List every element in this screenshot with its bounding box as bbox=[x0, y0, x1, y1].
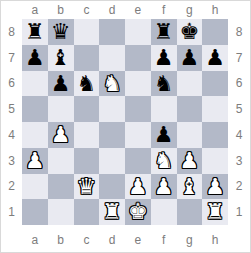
black-knight-c6[interactable]: ♞ bbox=[77, 71, 97, 97]
square-b7[interactable]: ♝ bbox=[48, 45, 74, 71]
square-g2[interactable]: ♝ bbox=[177, 174, 203, 200]
file-labels-bottom: abcdefgh bbox=[22, 228, 228, 252]
file-label-c: c bbox=[74, 228, 100, 252]
rank-label-4: 4 bbox=[1, 122, 22, 148]
square-h3[interactable] bbox=[202, 148, 228, 174]
white-knight-f3[interactable]: ♞ bbox=[154, 148, 174, 174]
square-g3[interactable]: ♟ bbox=[177, 148, 203, 174]
chess-board: ♜♛♜♚♟♝♟♟♟♟♞♞♞♟♟♟♞♟♛♟♟♝♟♜♚♜ bbox=[22, 19, 228, 225]
black-queen-b8[interactable]: ♛ bbox=[51, 19, 71, 45]
white-king-e1[interactable]: ♚ bbox=[128, 199, 148, 225]
square-b2[interactable] bbox=[48, 174, 74, 200]
square-h8[interactable] bbox=[202, 19, 228, 45]
rank-label-8: 8 bbox=[228, 19, 250, 45]
white-bishop-g2[interactable]: ♝ bbox=[180, 174, 200, 200]
square-d4[interactable] bbox=[99, 122, 125, 148]
square-c3[interactable] bbox=[74, 148, 100, 174]
white-pawn-h2[interactable]: ♟ bbox=[205, 174, 225, 200]
rank-label-7: 7 bbox=[1, 45, 22, 71]
rank-labels-left: 87654321 bbox=[1, 19, 22, 225]
square-d5[interactable] bbox=[99, 96, 125, 122]
rank-label-2: 2 bbox=[228, 174, 250, 200]
rank-label-1: 1 bbox=[1, 199, 22, 225]
file-label-c: c bbox=[74, 1, 100, 19]
square-a4[interactable] bbox=[22, 122, 48, 148]
black-bishop-b7[interactable]: ♝ bbox=[51, 45, 71, 71]
square-c5[interactable] bbox=[74, 96, 100, 122]
file-label-e: e bbox=[125, 228, 151, 252]
square-c7[interactable] bbox=[74, 45, 100, 71]
square-a2[interactable] bbox=[22, 174, 48, 200]
square-b3[interactable] bbox=[48, 148, 74, 174]
square-h4[interactable] bbox=[202, 122, 228, 148]
white-knight-d6[interactable]: ♞ bbox=[102, 71, 122, 97]
white-queen-c2[interactable]: ♛ bbox=[77, 174, 97, 200]
black-king-g8[interactable]: ♚ bbox=[180, 19, 200, 45]
rank-label-6: 6 bbox=[228, 71, 250, 97]
square-f2[interactable]: ♟ bbox=[151, 174, 177, 200]
rank-label-4: 4 bbox=[228, 122, 250, 148]
square-h7[interactable]: ♟ bbox=[202, 45, 228, 71]
square-f5[interactable] bbox=[151, 96, 177, 122]
file-label-b: b bbox=[48, 228, 74, 252]
square-f6[interactable]: ♞ bbox=[151, 71, 177, 97]
square-e5[interactable] bbox=[125, 96, 151, 122]
black-pawn-f4[interactable]: ♟ bbox=[154, 122, 174, 148]
file-label-b: b bbox=[48, 1, 74, 19]
square-e8[interactable] bbox=[125, 19, 151, 45]
file-labels-top: abcdefgh bbox=[22, 1, 228, 19]
square-g4[interactable] bbox=[177, 122, 203, 148]
rank-label-2: 2 bbox=[1, 174, 22, 200]
square-e2[interactable]: ♟ bbox=[125, 174, 151, 200]
rank-label-7: 7 bbox=[228, 45, 250, 71]
square-a6[interactable] bbox=[22, 71, 48, 97]
square-a3[interactable]: ♟ bbox=[22, 148, 48, 174]
rank-label-8: 8 bbox=[1, 19, 22, 45]
square-f7[interactable]: ♟ bbox=[151, 45, 177, 71]
black-pawn-a7[interactable]: ♟ bbox=[25, 45, 45, 71]
square-e3[interactable] bbox=[125, 148, 151, 174]
file-label-h: h bbox=[202, 1, 228, 19]
square-d3[interactable] bbox=[99, 148, 125, 174]
square-c4[interactable] bbox=[74, 122, 100, 148]
file-label-e: e bbox=[125, 1, 151, 19]
square-c1[interactable] bbox=[74, 199, 100, 225]
file-label-a: a bbox=[22, 228, 48, 252]
white-pawn-b4[interactable]: ♟ bbox=[51, 122, 71, 148]
square-b5[interactable] bbox=[48, 96, 74, 122]
file-label-g: g bbox=[177, 1, 203, 19]
rank-label-5: 5 bbox=[1, 96, 22, 122]
square-f4[interactable]: ♟ bbox=[151, 122, 177, 148]
square-c6[interactable]: ♞ bbox=[74, 71, 100, 97]
black-pawn-f7[interactable]: ♟ bbox=[154, 45, 174, 71]
square-d2[interactable] bbox=[99, 174, 125, 200]
square-c2[interactable]: ♛ bbox=[74, 174, 100, 200]
file-label-f: f bbox=[151, 228, 177, 252]
black-knight-f6[interactable]: ♞ bbox=[154, 71, 174, 97]
rank-label-5: 5 bbox=[228, 96, 250, 122]
square-g1[interactable] bbox=[177, 199, 203, 225]
square-a8[interactable]: ♜ bbox=[22, 19, 48, 45]
square-f3[interactable]: ♞ bbox=[151, 148, 177, 174]
file-label-d: d bbox=[99, 228, 125, 252]
square-e1[interactable]: ♚ bbox=[125, 199, 151, 225]
square-b1[interactable] bbox=[48, 199, 74, 225]
black-pawn-h7[interactable]: ♟ bbox=[205, 45, 225, 71]
square-b8[interactable]: ♛ bbox=[48, 19, 74, 45]
square-g6[interactable] bbox=[177, 71, 203, 97]
white-pawn-g3[interactable]: ♟ bbox=[180, 148, 200, 174]
black-pawn-g7[interactable]: ♟ bbox=[180, 45, 200, 71]
square-e4[interactable] bbox=[125, 122, 151, 148]
square-b4[interactable]: ♟ bbox=[48, 122, 74, 148]
white-pawn-f2[interactable]: ♟ bbox=[154, 174, 174, 200]
rank-label-6: 6 bbox=[1, 71, 22, 97]
square-a1[interactable] bbox=[22, 199, 48, 225]
white-rook-d1[interactable]: ♜ bbox=[102, 199, 122, 225]
square-g5[interactable] bbox=[177, 96, 203, 122]
black-rook-f8[interactable]: ♜ bbox=[154, 19, 174, 45]
square-h5[interactable] bbox=[202, 96, 228, 122]
square-a5[interactable] bbox=[22, 96, 48, 122]
black-rook-a8[interactable]: ♜ bbox=[25, 19, 45, 45]
square-h2[interactable]: ♟ bbox=[202, 174, 228, 200]
square-e6[interactable] bbox=[125, 71, 151, 97]
file-label-a: a bbox=[22, 1, 48, 19]
square-h1[interactable]: ♜ bbox=[202, 199, 228, 225]
square-g7[interactable]: ♟ bbox=[177, 45, 203, 71]
square-g8[interactable]: ♚ bbox=[177, 19, 203, 45]
file-label-d: d bbox=[99, 1, 125, 19]
black-pawn-b6[interactable]: ♟ bbox=[51, 71, 71, 97]
rank-labels-right: 87654321 bbox=[228, 19, 250, 225]
square-d8[interactable] bbox=[99, 19, 125, 45]
rank-label-3: 3 bbox=[1, 148, 22, 174]
file-label-g: g bbox=[177, 228, 203, 252]
square-f8[interactable]: ♜ bbox=[151, 19, 177, 45]
square-b6[interactable]: ♟ bbox=[48, 71, 74, 97]
square-a7[interactable]: ♟ bbox=[22, 45, 48, 71]
square-d1[interactable]: ♜ bbox=[99, 199, 125, 225]
square-h6[interactable] bbox=[202, 71, 228, 97]
rank-label-1: 1 bbox=[228, 199, 250, 225]
square-d7[interactable] bbox=[99, 45, 125, 71]
square-e7[interactable] bbox=[125, 45, 151, 71]
rank-label-3: 3 bbox=[228, 148, 250, 174]
white-pawn-a3[interactable]: ♟ bbox=[25, 148, 45, 174]
square-c8[interactable] bbox=[74, 19, 100, 45]
white-pawn-e2[interactable]: ♟ bbox=[128, 174, 148, 200]
white-rook-h1[interactable]: ♜ bbox=[205, 199, 225, 225]
chessboard-widget: abcdefgh 87654321 ♜♛♜♚♟♝♟♟♟♟♞♞♞♟♟♟♞♟♛♟♟♝… bbox=[0, 0, 251, 253]
square-d6[interactable]: ♞ bbox=[99, 71, 125, 97]
file-label-h: h bbox=[202, 228, 228, 252]
square-f1[interactable] bbox=[151, 199, 177, 225]
file-label-f: f bbox=[151, 1, 177, 19]
